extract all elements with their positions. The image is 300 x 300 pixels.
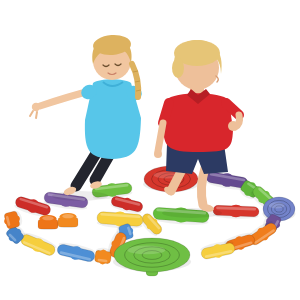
scene-canvas xyxy=(0,0,300,300)
stepper-orange xyxy=(58,213,79,228)
boy-fist xyxy=(228,121,238,131)
stepper-orange xyxy=(38,215,59,230)
girl-left-hand xyxy=(32,103,40,111)
boy-left-forearm xyxy=(158,123,163,151)
product-photo xyxy=(0,0,300,300)
girl-shadow xyxy=(52,191,108,201)
boy-left-hand xyxy=(154,150,162,158)
boy-hair-side xyxy=(172,58,184,78)
